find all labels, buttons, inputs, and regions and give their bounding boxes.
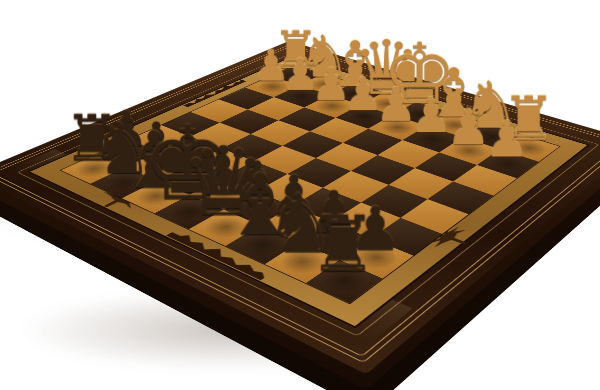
rook-dark[interactable]: ♜	[308, 209, 377, 282]
pawn-light[interactable]: ♟	[484, 116, 529, 164]
chess-set-photo: ♜♞♝♛♚♝♞♜♟♟♟♟♟♟♟♟♟♟♟♟♟♟♟♟♜♞♝♚♛♝♞♜	[0, 0, 600, 390]
